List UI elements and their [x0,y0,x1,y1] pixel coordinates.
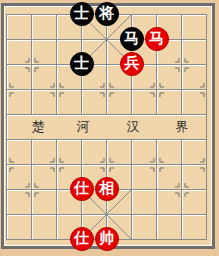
position-marker [198,81,216,99]
position-marker [198,156,216,174]
position-marker [173,56,191,74]
piece-red-soldier[interactable]: 兵 [120,52,144,76]
river: 楚 河 汉 界 [7,115,206,139]
river-label-he: 河 [75,119,91,135]
position-marker [0,156,16,174]
piece-red-advisor[interactable]: 仕 [70,177,94,201]
xiangqi-board: 楚 河 汉 界 士将马马士兵仕相仕帅 [0,0,219,256]
piece-red-elephant[interactable]: 相 [95,177,119,201]
piece-black-advisor[interactable]: 士 [70,2,94,26]
board-cell [32,15,56,39]
position-marker [173,181,191,199]
piece-red-general[interactable]: 帅 [95,227,119,251]
board-cell [157,215,181,239]
river-label-jie: 界 [174,119,190,135]
board-cell [132,190,156,214]
board-cell [32,215,56,239]
piece-black-advisor[interactable]: 士 [70,52,94,76]
board-cell [7,15,31,39]
piece-black-general[interactable]: 将 [95,2,119,26]
board-cell [7,215,31,239]
river-label-chu: 楚 [30,119,46,135]
position-marker [23,181,41,199]
position-marker [98,81,116,99]
board-cell [182,215,206,239]
river-label-han: 汉 [125,119,141,135]
piece-red-advisor[interactable]: 仕 [70,227,94,251]
board-cell [182,15,206,39]
position-marker [98,156,116,174]
position-marker [48,156,66,174]
position-marker [23,56,41,74]
position-marker [148,81,166,99]
position-marker [0,81,16,99]
position-marker [48,81,66,99]
piece-red-horse[interactable]: 马 [145,27,169,51]
position-marker [148,156,166,174]
piece-black-horse[interactable]: 马 [120,27,144,51]
board-cell [132,215,156,239]
